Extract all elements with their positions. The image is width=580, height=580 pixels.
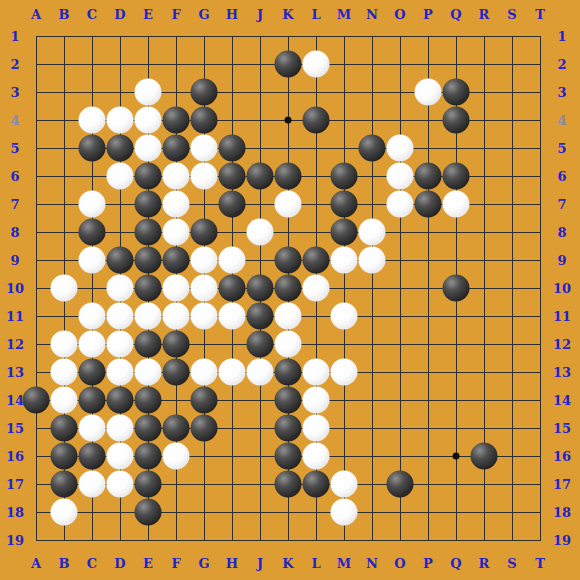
stone-black-G8[interactable] bbox=[191, 219, 218, 246]
stone-white-H13[interactable] bbox=[219, 359, 246, 386]
stone-white-O5[interactable] bbox=[387, 135, 414, 162]
stone-white-E11[interactable] bbox=[135, 303, 162, 330]
stone-black-F12[interactable] bbox=[163, 331, 190, 358]
row-label-left-11: 11 bbox=[6, 309, 24, 324]
row-label-right-11: 11 bbox=[553, 309, 571, 324]
col-label-bottom-A: A bbox=[31, 556, 41, 571]
stone-white-N8[interactable] bbox=[359, 219, 386, 246]
row-label-right-8: 8 bbox=[557, 225, 566, 240]
stone-black-P6[interactable] bbox=[415, 163, 442, 190]
stone-black-P7[interactable] bbox=[415, 191, 442, 218]
row-label-left-13: 13 bbox=[6, 365, 24, 380]
stone-white-F8[interactable] bbox=[163, 219, 190, 246]
col-label-top-T: T bbox=[535, 7, 545, 22]
col-label-top-M: M bbox=[337, 7, 351, 22]
stone-black-C8[interactable] bbox=[79, 219, 106, 246]
col-label-bottom-K: K bbox=[282, 556, 293, 571]
col-label-bottom-J: J bbox=[257, 556, 263, 571]
row-label-right-4: 4 bbox=[557, 113, 566, 128]
stone-black-G14[interactable] bbox=[191, 387, 218, 414]
stone-black-F13[interactable] bbox=[163, 359, 190, 386]
row-label-left-14: 14 bbox=[6, 393, 24, 408]
col-label-top-H: H bbox=[226, 7, 238, 22]
stone-white-B12[interactable] bbox=[51, 331, 78, 358]
stone-white-F6[interactable] bbox=[163, 163, 190, 190]
stone-white-C9[interactable] bbox=[79, 247, 106, 274]
stone-black-L9[interactable] bbox=[303, 247, 330, 274]
col-label-top-P: P bbox=[423, 7, 433, 22]
stone-black-G4[interactable] bbox=[191, 107, 218, 134]
row-label-left-15: 15 bbox=[6, 421, 24, 436]
stone-black-B15[interactable] bbox=[51, 415, 78, 442]
stone-black-D5[interactable] bbox=[107, 135, 134, 162]
stone-black-M7[interactable] bbox=[331, 191, 358, 218]
stone-white-B10[interactable] bbox=[51, 275, 78, 302]
row-label-right-13: 13 bbox=[553, 365, 571, 380]
stone-black-Q10[interactable] bbox=[443, 275, 470, 302]
stone-black-K2[interactable] bbox=[275, 51, 302, 78]
stone-white-F7[interactable] bbox=[163, 191, 190, 218]
row-label-right-2: 2 bbox=[557, 57, 566, 72]
col-label-top-G: G bbox=[198, 7, 209, 22]
grid-line-vertical bbox=[512, 36, 513, 541]
stone-black-K6[interactable] bbox=[275, 163, 302, 190]
row-label-right-16: 16 bbox=[553, 449, 571, 464]
stone-white-E4[interactable] bbox=[135, 107, 162, 134]
row-label-left-10: 10 bbox=[6, 281, 24, 296]
row-label-right-15: 15 bbox=[553, 421, 571, 436]
stone-black-K16[interactable] bbox=[275, 443, 302, 470]
stone-white-K12[interactable] bbox=[275, 331, 302, 358]
stone-black-E14[interactable] bbox=[135, 387, 162, 414]
stone-white-C15[interactable] bbox=[79, 415, 106, 442]
stone-white-P3[interactable] bbox=[415, 79, 442, 106]
stone-white-F10[interactable] bbox=[163, 275, 190, 302]
stone-white-N9[interactable] bbox=[359, 247, 386, 274]
stone-black-D9[interactable] bbox=[107, 247, 134, 274]
stone-white-H9[interactable] bbox=[219, 247, 246, 274]
col-label-bottom-L: L bbox=[311, 556, 320, 571]
stone-black-B16[interactable] bbox=[51, 443, 78, 470]
col-label-bottom-S: S bbox=[507, 556, 516, 571]
stone-black-A14[interactable] bbox=[23, 387, 50, 414]
stone-black-E17[interactable] bbox=[135, 471, 162, 498]
grid-line-vertical bbox=[372, 36, 373, 541]
row-label-right-10: 10 bbox=[553, 281, 571, 296]
stone-white-M9[interactable] bbox=[331, 247, 358, 274]
stone-black-E9[interactable] bbox=[135, 247, 162, 274]
col-label-bottom-R: R bbox=[479, 556, 490, 571]
row-label-right-19: 19 bbox=[553, 533, 571, 548]
stone-white-L10[interactable] bbox=[303, 275, 330, 302]
stone-white-G13[interactable] bbox=[191, 359, 218, 386]
stone-white-D16[interactable] bbox=[107, 443, 134, 470]
stone-black-E16[interactable] bbox=[135, 443, 162, 470]
stone-black-N5[interactable] bbox=[359, 135, 386, 162]
stone-black-K15[interactable] bbox=[275, 415, 302, 442]
grid-line-vertical bbox=[540, 36, 541, 541]
stone-white-G6[interactable] bbox=[191, 163, 218, 190]
stone-white-E13[interactable] bbox=[135, 359, 162, 386]
stone-black-E18[interactable] bbox=[135, 499, 162, 526]
stone-white-D17[interactable] bbox=[107, 471, 134, 498]
col-label-bottom-N: N bbox=[366, 556, 378, 571]
stone-white-C7[interactable] bbox=[79, 191, 106, 218]
stone-black-G3[interactable] bbox=[191, 79, 218, 106]
col-label-bottom-C: C bbox=[87, 556, 97, 571]
stone-white-B13[interactable] bbox=[51, 359, 78, 386]
stone-white-D4[interactable] bbox=[107, 107, 134, 134]
hoshi-point-K4 bbox=[285, 117, 292, 124]
grid-line-horizontal bbox=[36, 540, 541, 541]
col-label-top-C: C bbox=[87, 7, 97, 22]
stone-white-M17[interactable] bbox=[331, 471, 358, 498]
row-label-left-1: 1 bbox=[10, 29, 19, 44]
stone-black-H5[interactable] bbox=[219, 135, 246, 162]
row-label-left-5: 5 bbox=[10, 141, 19, 156]
col-label-top-B: B bbox=[59, 7, 70, 22]
stone-black-G15[interactable] bbox=[191, 415, 218, 442]
stone-white-G5[interactable] bbox=[191, 135, 218, 162]
stone-black-K17[interactable] bbox=[275, 471, 302, 498]
stone-white-C11[interactable] bbox=[79, 303, 106, 330]
row-label-left-6: 6 bbox=[10, 169, 19, 184]
col-label-top-E: E bbox=[143, 7, 153, 22]
stone-white-J8[interactable] bbox=[247, 219, 274, 246]
row-label-right-18: 18 bbox=[553, 505, 571, 520]
row-label-right-1: 1 bbox=[557, 29, 566, 44]
stone-white-D13[interactable] bbox=[107, 359, 134, 386]
stone-white-D10[interactable] bbox=[107, 275, 134, 302]
row-label-left-9: 9 bbox=[10, 253, 19, 268]
stone-black-M6[interactable] bbox=[331, 163, 358, 190]
stone-white-O6[interactable] bbox=[387, 163, 414, 190]
stone-black-Q3[interactable] bbox=[443, 79, 470, 106]
stone-black-E7[interactable] bbox=[135, 191, 162, 218]
col-label-top-J: J bbox=[257, 7, 263, 22]
stone-black-L4[interactable] bbox=[303, 107, 330, 134]
stone-white-D6[interactable] bbox=[107, 163, 134, 190]
stone-black-D14[interactable] bbox=[107, 387, 134, 414]
row-label-right-17: 17 bbox=[553, 477, 571, 492]
row-label-left-8: 8 bbox=[10, 225, 19, 240]
col-label-bottom-Q: Q bbox=[450, 556, 461, 571]
stone-white-M13[interactable] bbox=[331, 359, 358, 386]
col-label-top-Q: Q bbox=[450, 7, 461, 22]
stone-black-M8[interactable] bbox=[331, 219, 358, 246]
row-label-left-18: 18 bbox=[6, 505, 24, 520]
stone-black-H10[interactable] bbox=[219, 275, 246, 302]
col-label-top-F: F bbox=[171, 7, 180, 22]
col-label-bottom-E: E bbox=[143, 556, 153, 571]
col-label-bottom-O: O bbox=[394, 556, 405, 571]
col-label-top-N: N bbox=[366, 7, 378, 22]
stone-black-K10[interactable] bbox=[275, 275, 302, 302]
row-label-left-7: 7 bbox=[10, 197, 19, 212]
grid-line-horizontal bbox=[36, 512, 541, 513]
grid-line-vertical bbox=[400, 36, 401, 541]
grid-line-vertical bbox=[428, 36, 429, 541]
stone-black-R16[interactable] bbox=[471, 443, 498, 470]
stone-white-Q7[interactable] bbox=[443, 191, 470, 218]
col-label-top-A: A bbox=[31, 7, 41, 22]
row-label-left-19: 19 bbox=[6, 533, 24, 548]
stone-black-F5[interactable] bbox=[163, 135, 190, 162]
stone-black-C16[interactable] bbox=[79, 443, 106, 470]
col-label-top-L: L bbox=[311, 7, 320, 22]
stone-black-H7[interactable] bbox=[219, 191, 246, 218]
stone-black-O17[interactable] bbox=[387, 471, 414, 498]
row-label-left-2: 2 bbox=[10, 57, 19, 72]
hoshi-point-Q16 bbox=[453, 453, 460, 460]
col-label-top-D: D bbox=[114, 7, 125, 22]
row-label-right-12: 12 bbox=[553, 337, 571, 352]
stone-white-O7[interactable] bbox=[387, 191, 414, 218]
stone-white-L13[interactable] bbox=[303, 359, 330, 386]
row-label-left-4: 4 bbox=[10, 113, 19, 128]
stone-white-E3[interactable] bbox=[135, 79, 162, 106]
col-label-top-R: R bbox=[479, 7, 490, 22]
stone-black-J12[interactable] bbox=[247, 331, 274, 358]
col-label-bottom-G: G bbox=[198, 556, 209, 571]
stone-black-H6[interactable] bbox=[219, 163, 246, 190]
row-label-right-14: 14 bbox=[553, 393, 571, 408]
stone-white-F11[interactable] bbox=[163, 303, 190, 330]
stone-white-M18[interactable] bbox=[331, 499, 358, 526]
col-label-bottom-F: F bbox=[171, 556, 180, 571]
stone-black-F4[interactable] bbox=[163, 107, 190, 134]
stone-black-C13[interactable] bbox=[79, 359, 106, 386]
row-label-right-3: 3 bbox=[557, 85, 566, 100]
stone-white-L15[interactable] bbox=[303, 415, 330, 442]
stone-white-K7[interactable] bbox=[275, 191, 302, 218]
stone-black-J6[interactable] bbox=[247, 163, 274, 190]
stone-white-F16[interactable] bbox=[163, 443, 190, 470]
stone-black-C5[interactable] bbox=[79, 135, 106, 162]
stone-black-E8[interactable] bbox=[135, 219, 162, 246]
stone-black-B17[interactable] bbox=[51, 471, 78, 498]
stone-black-K13[interactable] bbox=[275, 359, 302, 386]
col-label-bottom-P: P bbox=[423, 556, 433, 571]
col-label-top-O: O bbox=[394, 7, 405, 22]
stone-black-F9[interactable] bbox=[163, 247, 190, 274]
row-label-left-12: 12 bbox=[6, 337, 24, 352]
stone-white-J13[interactable] bbox=[247, 359, 274, 386]
stone-black-Q6[interactable] bbox=[443, 163, 470, 190]
go-board[interactable]: AABBCCDDEEFFGGHHJJKKLLMMNNOOPPQQRRSSTT11… bbox=[0, 0, 580, 580]
col-label-bottom-H: H bbox=[226, 556, 238, 571]
stone-white-G9[interactable] bbox=[191, 247, 218, 274]
row-label-left-3: 3 bbox=[10, 85, 19, 100]
row-label-left-17: 17 bbox=[6, 477, 24, 492]
col-label-bottom-B: B bbox=[59, 556, 70, 571]
col-label-bottom-M: M bbox=[337, 556, 351, 571]
stone-black-K9[interactable] bbox=[275, 247, 302, 274]
stone-white-L16[interactable] bbox=[303, 443, 330, 470]
stone-white-E5[interactable] bbox=[135, 135, 162, 162]
stone-white-B14[interactable] bbox=[51, 387, 78, 414]
stone-white-L2[interactable] bbox=[303, 51, 330, 78]
stone-white-M11[interactable] bbox=[331, 303, 358, 330]
stone-white-D12[interactable] bbox=[107, 331, 134, 358]
stone-white-C12[interactable] bbox=[79, 331, 106, 358]
stone-black-J11[interactable] bbox=[247, 303, 274, 330]
stone-black-J10[interactable] bbox=[247, 275, 274, 302]
stone-black-E10[interactable] bbox=[135, 275, 162, 302]
row-label-right-7: 7 bbox=[557, 197, 566, 212]
stone-black-E15[interactable] bbox=[135, 415, 162, 442]
stone-white-L14[interactable] bbox=[303, 387, 330, 414]
stone-white-B18[interactable] bbox=[51, 499, 78, 526]
stone-white-C4[interactable] bbox=[79, 107, 106, 134]
row-label-left-16: 16 bbox=[6, 449, 24, 464]
stone-white-K11[interactable] bbox=[275, 303, 302, 330]
row-label-right-6: 6 bbox=[557, 169, 566, 184]
stone-black-L17[interactable] bbox=[303, 471, 330, 498]
stone-black-E6[interactable] bbox=[135, 163, 162, 190]
stone-white-D15[interactable] bbox=[107, 415, 134, 442]
row-label-right-9: 9 bbox=[557, 253, 566, 268]
stone-black-K14[interactable] bbox=[275, 387, 302, 414]
col-label-top-K: K bbox=[282, 7, 293, 22]
row-label-right-5: 5 bbox=[557, 141, 566, 156]
stone-white-H11[interactable] bbox=[219, 303, 246, 330]
col-label-bottom-T: T bbox=[535, 556, 545, 571]
grid-line-vertical bbox=[344, 36, 345, 541]
stone-black-F15[interactable] bbox=[163, 415, 190, 442]
stone-white-C17[interactable] bbox=[79, 471, 106, 498]
stone-white-D11[interactable] bbox=[107, 303, 134, 330]
stone-black-Q4[interactable] bbox=[443, 107, 470, 134]
stone-white-G11[interactable] bbox=[191, 303, 218, 330]
col-label-bottom-D: D bbox=[114, 556, 125, 571]
col-label-top-S: S bbox=[507, 7, 516, 22]
stone-white-G10[interactable] bbox=[191, 275, 218, 302]
stone-black-E12[interactable] bbox=[135, 331, 162, 358]
stone-black-C14[interactable] bbox=[79, 387, 106, 414]
